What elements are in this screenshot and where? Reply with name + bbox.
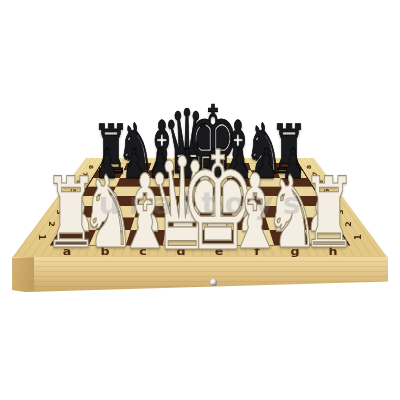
chess-set-photo: abcdefgh1122334455667788 ♜♞♝♛♚♝♞♜♟♟♟♟♟♟♟… [0,0,400,400]
white-rook-h1[interactable]: ♜ [301,165,355,263]
box-left-endcap [12,257,34,291]
